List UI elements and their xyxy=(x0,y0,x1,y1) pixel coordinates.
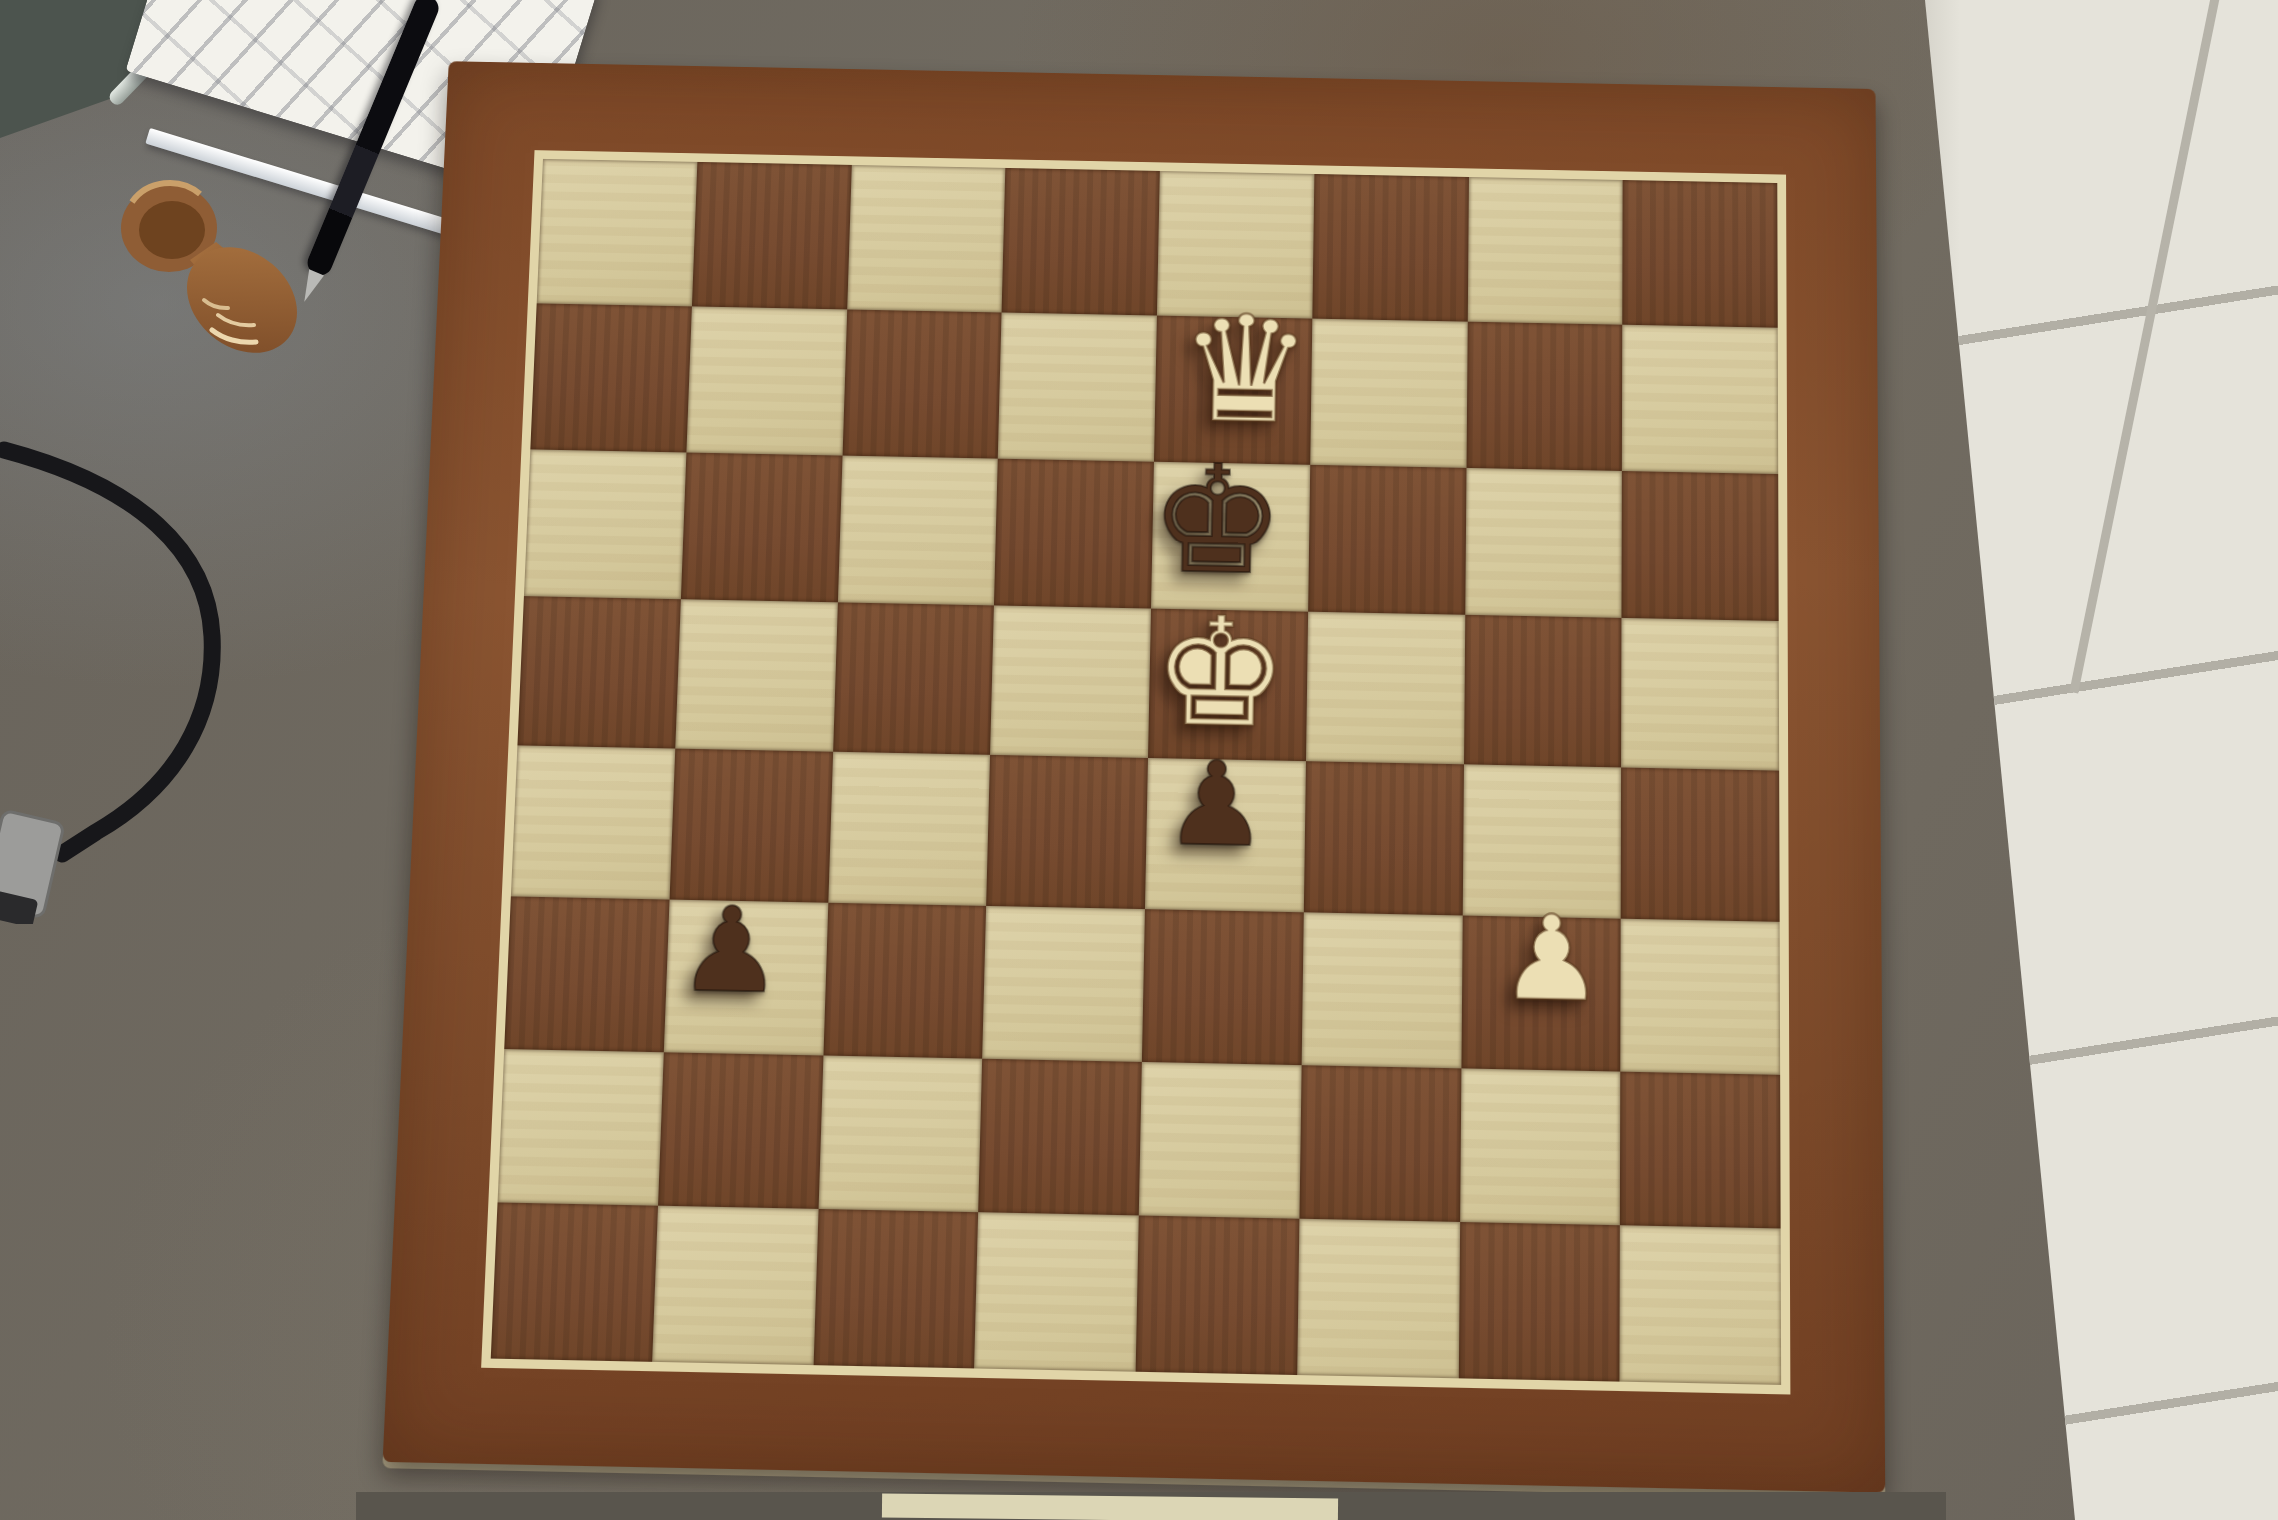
square-d4[interactable] xyxy=(986,755,1148,909)
square-a7[interactable] xyxy=(530,303,691,452)
square-e4[interactable]: ♟ xyxy=(1145,758,1306,912)
square-g1[interactable] xyxy=(1458,1222,1620,1381)
square-c7[interactable] xyxy=(842,309,1002,458)
square-a3[interactable] xyxy=(504,896,669,1052)
square-f8[interactable] xyxy=(1312,174,1468,321)
square-g3[interactable]: ♟ xyxy=(1461,915,1621,1071)
square-f6[interactable] xyxy=(1308,464,1466,615)
square-b7[interactable] xyxy=(686,306,847,455)
board-grid: ♛♚♚♟♟♟ xyxy=(491,159,1781,1385)
square-b5[interactable] xyxy=(675,599,837,751)
square-a4[interactable] xyxy=(511,745,675,899)
square-f1[interactable] xyxy=(1297,1219,1460,1378)
square-b8[interactable] xyxy=(692,162,852,309)
square-g4[interactable] xyxy=(1462,764,1621,918)
square-f5[interactable] xyxy=(1306,612,1465,764)
white-queen-e7[interactable]: ♛ xyxy=(1154,315,1312,464)
square-e8[interactable] xyxy=(1157,171,1314,318)
square-c1[interactable] xyxy=(813,1209,978,1368)
square-d3[interactable] xyxy=(982,906,1145,1062)
square-g6[interactable] xyxy=(1465,467,1622,618)
square-h5[interactable] xyxy=(1621,618,1779,770)
square-d1[interactable] xyxy=(974,1212,1138,1371)
floor-grout-line xyxy=(2069,0,2223,694)
square-h7[interactable] xyxy=(1622,324,1778,473)
square-h1[interactable] xyxy=(1620,1225,1781,1384)
square-d6[interactable] xyxy=(994,458,1154,609)
square-c2[interactable] xyxy=(818,1055,982,1212)
square-h3[interactable] xyxy=(1621,918,1781,1074)
white-pawn-g3[interactable]: ♟ xyxy=(1461,915,1621,1071)
square-h8[interactable] xyxy=(1622,180,1777,328)
square-e3[interactable] xyxy=(1142,909,1304,1065)
cable-connector xyxy=(0,810,64,924)
square-g8[interactable] xyxy=(1467,177,1623,324)
square-c6[interactable] xyxy=(837,455,998,606)
square-d5[interactable] xyxy=(990,606,1151,758)
square-d2[interactable] xyxy=(978,1058,1141,1216)
square-h2[interactable] xyxy=(1620,1071,1781,1229)
square-g5[interactable] xyxy=(1464,615,1622,767)
square-f4[interactable] xyxy=(1304,761,1464,915)
square-b3[interactable]: ♟ xyxy=(664,899,828,1055)
white-king-e5[interactable]: ♚ xyxy=(1148,609,1308,761)
square-a5[interactable] xyxy=(517,596,680,748)
square-c8[interactable] xyxy=(847,165,1006,312)
black-pawn-b3[interactable]: ♟ xyxy=(664,899,828,1055)
square-e5[interactable]: ♚ xyxy=(1148,609,1308,761)
tile-floor xyxy=(1830,0,2278,1520)
black-pawn-e4[interactable]: ♟ xyxy=(1145,758,1306,912)
scene: ♛♚♚♟♟♟ xyxy=(0,0,2278,1520)
square-f7[interactable] xyxy=(1310,318,1467,467)
square-e7[interactable]: ♛ xyxy=(1154,315,1312,464)
usb-cable xyxy=(0,424,450,924)
black-king-e6[interactable]: ♚ xyxy=(1151,461,1310,612)
cable-wire xyxy=(4,450,212,854)
square-e6[interactable]: ♚ xyxy=(1151,461,1310,612)
square-g7[interactable] xyxy=(1466,321,1622,470)
board-trim: ♛♚♚♟♟♟ xyxy=(481,150,1790,1394)
captured-pawn xyxy=(112,172,310,362)
square-e2[interactable] xyxy=(1139,1061,1302,1219)
chess-board: ♛♚♚♟♟♟ xyxy=(383,61,1886,1492)
square-a1[interactable] xyxy=(491,1203,658,1362)
square-c3[interactable] xyxy=(823,902,986,1058)
square-f2[interactable] xyxy=(1299,1065,1461,1223)
square-b2[interactable] xyxy=(658,1052,823,1209)
square-f3[interactable] xyxy=(1301,912,1462,1068)
square-a8[interactable] xyxy=(537,159,697,306)
square-a6[interactable] xyxy=(524,449,686,600)
square-h4[interactable] xyxy=(1621,767,1780,921)
square-a2[interactable] xyxy=(498,1049,664,1206)
square-d7[interactable] xyxy=(998,312,1157,461)
square-h6[interactable] xyxy=(1622,470,1779,621)
square-b4[interactable] xyxy=(669,749,832,903)
square-c5[interactable] xyxy=(833,603,995,755)
bottom-object xyxy=(882,1494,1338,1520)
square-c4[interactable] xyxy=(828,752,990,906)
square-e1[interactable] xyxy=(1136,1216,1300,1375)
square-b6[interactable] xyxy=(681,452,842,603)
square-d8[interactable] xyxy=(1002,168,1160,315)
square-b1[interactable] xyxy=(652,1206,818,1365)
square-g2[interactable] xyxy=(1460,1068,1621,1226)
